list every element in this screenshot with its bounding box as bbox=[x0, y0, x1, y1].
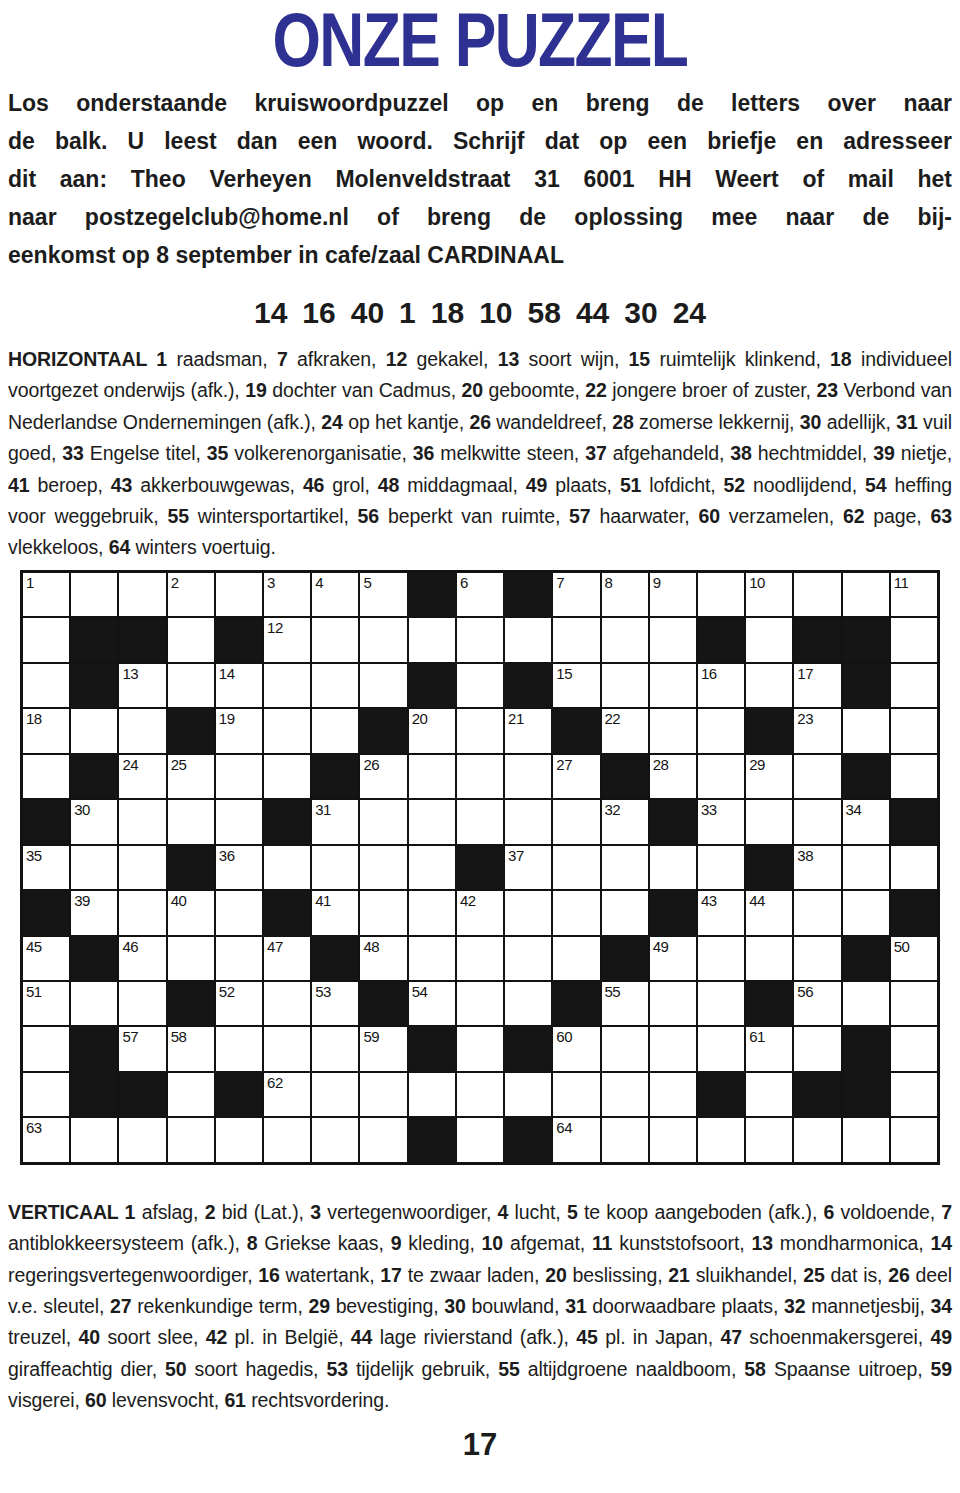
white-cell[interactable] bbox=[553, 937, 599, 980]
intro-line: dit aan: Theo Verheyen Molenveldstraat 3… bbox=[8, 160, 952, 198]
cell-number: 3 bbox=[267, 574, 275, 591]
white-cell[interactable] bbox=[23, 755, 69, 798]
white-cell[interactable] bbox=[794, 937, 840, 980]
cell-number: 9 bbox=[653, 574, 661, 591]
white-cell[interactable] bbox=[650, 709, 696, 752]
answer-bar-number: 18 bbox=[431, 296, 464, 330]
clue-number: 22 bbox=[585, 379, 607, 401]
black-cell bbox=[843, 664, 889, 707]
white-cell[interactable] bbox=[71, 1118, 117, 1161]
clue-number: 13 bbox=[751, 1232, 773, 1254]
black-cell bbox=[602, 937, 648, 980]
white-cell[interactable] bbox=[312, 709, 358, 752]
white-cell[interactable]: 56 bbox=[794, 982, 840, 1025]
white-cell[interactable] bbox=[891, 709, 937, 752]
white-cell[interactable] bbox=[168, 1118, 214, 1161]
cell-number: 15 bbox=[556, 665, 572, 682]
white-cell[interactable]: 28 bbox=[650, 755, 696, 798]
white-cell[interactable] bbox=[168, 1073, 214, 1116]
verticaal-clues: VERTICAAL 1 afslag, 2 bid (Lat.), 3 vert… bbox=[8, 1197, 952, 1417]
clue-number: 39 bbox=[873, 442, 895, 464]
cell-number: 41 bbox=[315, 892, 331, 909]
white-cell[interactable] bbox=[409, 618, 455, 661]
white-cell[interactable] bbox=[457, 800, 503, 843]
white-cell[interactable] bbox=[409, 937, 455, 980]
clue-number: 26 bbox=[888, 1264, 910, 1286]
clue-number: 31 bbox=[896, 411, 918, 433]
white-cell[interactable] bbox=[746, 937, 792, 980]
clue-number: 20 bbox=[545, 1264, 567, 1286]
clue-number: 1 bbox=[125, 1201, 136, 1223]
intro-line: de balk. U leest dan een woord. Schrijf … bbox=[8, 122, 952, 160]
clue-number: 20 bbox=[461, 379, 483, 401]
white-cell[interactable] bbox=[216, 800, 262, 843]
black-cell bbox=[505, 1027, 551, 1070]
white-cell[interactable] bbox=[698, 709, 744, 752]
white-cell[interactable]: 29 bbox=[746, 755, 792, 798]
horizontaal-clues: HORIZONTAAL 1 raadsman, 7 afkraken, 12 g… bbox=[8, 344, 952, 564]
answer-bar: 1416401181058443024 bbox=[8, 296, 952, 330]
white-cell[interactable] bbox=[457, 937, 503, 980]
white-cell[interactable] bbox=[891, 1073, 937, 1116]
clue-number: 1 bbox=[156, 348, 167, 370]
white-cell[interactable]: 48 bbox=[360, 937, 406, 980]
white-cell[interactable] bbox=[23, 1073, 69, 1116]
white-cell[interactable]: 34 bbox=[843, 800, 889, 843]
clue-number: 44 bbox=[351, 1326, 373, 1348]
white-cell[interactable] bbox=[794, 891, 840, 934]
white-cell[interactable] bbox=[794, 573, 840, 616]
white-cell[interactable] bbox=[794, 755, 840, 798]
white-cell[interactable]: 54 bbox=[409, 982, 455, 1025]
white-cell[interactable] bbox=[457, 1073, 503, 1116]
white-cell[interactable] bbox=[505, 755, 551, 798]
white-cell[interactable] bbox=[168, 937, 214, 980]
clue-number: 27 bbox=[110, 1295, 132, 1317]
clue-number: 42 bbox=[206, 1326, 228, 1348]
clue-number: 61 bbox=[224, 1389, 246, 1411]
white-cell[interactable] bbox=[71, 846, 117, 889]
cell-number: 38 bbox=[797, 847, 813, 864]
white-cell[interactable]: 46 bbox=[119, 937, 165, 980]
white-cell[interactable]: 26 bbox=[360, 755, 406, 798]
white-cell[interactable]: 51 bbox=[23, 982, 69, 1025]
white-cell[interactable] bbox=[553, 618, 599, 661]
white-cell[interactable]: 7 bbox=[553, 573, 599, 616]
clue-number: 15 bbox=[629, 348, 651, 370]
white-cell[interactable] bbox=[119, 982, 165, 1025]
clue-number: 35 bbox=[207, 442, 229, 464]
white-cell[interactable] bbox=[843, 982, 889, 1025]
white-cell[interactable] bbox=[409, 755, 455, 798]
cell-number: 55 bbox=[605, 983, 621, 1000]
white-cell[interactable] bbox=[23, 664, 69, 707]
white-cell[interactable] bbox=[746, 800, 792, 843]
white-cell[interactable] bbox=[457, 1027, 503, 1070]
clue-number: 43 bbox=[111, 474, 133, 496]
cell-number: 6 bbox=[460, 574, 468, 591]
white-cell[interactable]: 40 bbox=[168, 891, 214, 934]
cell-number: 45 bbox=[26, 938, 42, 955]
black-cell bbox=[312, 755, 358, 798]
white-cell[interactable] bbox=[312, 1118, 358, 1161]
white-cell[interactable]: 60 bbox=[553, 1027, 599, 1070]
white-cell[interactable]: 35 bbox=[23, 846, 69, 889]
white-cell[interactable]: 22 bbox=[602, 709, 648, 752]
black-cell bbox=[71, 664, 117, 707]
cell-number: 39 bbox=[74, 892, 90, 909]
black-cell bbox=[505, 664, 551, 707]
white-cell[interactable] bbox=[360, 891, 406, 934]
white-cell[interactable]: 49 bbox=[650, 937, 696, 980]
white-cell[interactable] bbox=[505, 618, 551, 661]
white-cell[interactable] bbox=[650, 1118, 696, 1161]
white-cell[interactable] bbox=[119, 709, 165, 752]
white-cell[interactable]: 8 bbox=[602, 573, 648, 616]
white-cell[interactable] bbox=[264, 1118, 310, 1161]
white-cell[interactable] bbox=[216, 1027, 262, 1070]
white-cell[interactable] bbox=[891, 1118, 937, 1161]
clue-number: 47 bbox=[720, 1326, 742, 1348]
clue-number: 64 bbox=[109, 536, 131, 558]
white-cell[interactable]: 39 bbox=[71, 891, 117, 934]
cell-number: 11 bbox=[894, 574, 909, 591]
white-cell[interactable] bbox=[650, 1027, 696, 1070]
black-cell bbox=[71, 755, 117, 798]
white-cell[interactable] bbox=[168, 664, 214, 707]
white-cell[interactable] bbox=[409, 846, 455, 889]
cell-number: 53 bbox=[315, 983, 331, 1000]
white-cell[interactable] bbox=[119, 891, 165, 934]
white-cell[interactable] bbox=[264, 755, 310, 798]
white-cell[interactable] bbox=[264, 709, 310, 752]
white-cell[interactable]: 12 bbox=[264, 618, 310, 661]
white-cell[interactable]: 37 bbox=[505, 846, 551, 889]
black-cell bbox=[505, 573, 551, 616]
white-cell[interactable] bbox=[650, 618, 696, 661]
white-cell[interactable]: 2 bbox=[168, 573, 214, 616]
cell-number: 1 bbox=[26, 574, 34, 591]
white-cell[interactable] bbox=[843, 573, 889, 616]
white-cell[interactable]: 15 bbox=[553, 664, 599, 707]
white-cell[interactable]: 55 bbox=[602, 982, 648, 1025]
black-cell bbox=[457, 846, 503, 889]
clue-number: 49 bbox=[931, 1326, 953, 1348]
white-cell[interactable] bbox=[891, 755, 937, 798]
clue-number: 53 bbox=[326, 1358, 348, 1380]
white-cell[interactable] bbox=[698, 1118, 744, 1161]
white-cell[interactable]: 16 bbox=[698, 664, 744, 707]
white-cell[interactable] bbox=[168, 800, 214, 843]
white-cell[interactable] bbox=[650, 1073, 696, 1116]
cell-number: 27 bbox=[556, 756, 572, 773]
cell-number: 35 bbox=[26, 847, 42, 864]
white-cell[interactable] bbox=[360, 618, 406, 661]
white-cell[interactable] bbox=[312, 1073, 358, 1116]
white-cell[interactable]: 14 bbox=[216, 664, 262, 707]
white-cell[interactable] bbox=[457, 709, 503, 752]
white-cell[interactable]: 6 bbox=[457, 573, 503, 616]
white-cell[interactable]: 20 bbox=[409, 709, 455, 752]
white-cell[interactable] bbox=[650, 846, 696, 889]
cell-number: 32 bbox=[605, 801, 621, 818]
clue-number: 18 bbox=[830, 348, 852, 370]
white-cell[interactable]: 10 bbox=[746, 573, 792, 616]
answer-bar-number: 10 bbox=[479, 296, 512, 330]
white-cell[interactable] bbox=[23, 1027, 69, 1070]
black-cell bbox=[23, 800, 69, 843]
white-cell[interactable] bbox=[794, 800, 840, 843]
white-cell[interactable]: 24 bbox=[119, 755, 165, 798]
cell-number: 8 bbox=[605, 574, 613, 591]
black-cell bbox=[650, 800, 696, 843]
white-cell[interactable]: 53 bbox=[312, 982, 358, 1025]
white-cell[interactable]: 57 bbox=[119, 1027, 165, 1070]
white-cell[interactable] bbox=[843, 891, 889, 934]
white-cell[interactable] bbox=[119, 1118, 165, 1161]
clue-number: 12 bbox=[386, 348, 408, 370]
white-cell[interactable] bbox=[168, 618, 214, 661]
white-cell[interactable] bbox=[216, 891, 262, 934]
white-cell[interactable] bbox=[23, 618, 69, 661]
answer-bar-number: 16 bbox=[302, 296, 335, 330]
clue-number: 7 bbox=[277, 348, 288, 370]
white-cell[interactable] bbox=[71, 982, 117, 1025]
white-cell[interactable] bbox=[312, 846, 358, 889]
white-cell[interactable] bbox=[891, 664, 937, 707]
white-cell[interactable] bbox=[602, 618, 648, 661]
white-cell[interactable]: 33 bbox=[698, 800, 744, 843]
white-cell[interactable] bbox=[602, 1118, 648, 1161]
white-cell[interactable] bbox=[360, 664, 406, 707]
white-cell[interactable]: 64 bbox=[553, 1118, 599, 1161]
white-cell[interactable]: 38 bbox=[794, 846, 840, 889]
clue-number: 30 bbox=[444, 1295, 466, 1317]
cell-number: 44 bbox=[749, 892, 765, 909]
white-cell[interactable] bbox=[843, 709, 889, 752]
white-cell[interactable]: 13 bbox=[119, 664, 165, 707]
white-cell[interactable]: 44 bbox=[746, 891, 792, 934]
white-cell[interactable]: 42 bbox=[457, 891, 503, 934]
white-cell[interactable] bbox=[505, 982, 551, 1025]
black-cell bbox=[360, 709, 406, 752]
white-cell[interactable] bbox=[553, 800, 599, 843]
white-cell[interactable]: 25 bbox=[168, 755, 214, 798]
white-cell[interactable] bbox=[505, 1073, 551, 1116]
white-cell[interactable] bbox=[746, 664, 792, 707]
white-cell[interactable] bbox=[457, 1118, 503, 1161]
white-cell[interactable] bbox=[312, 618, 358, 661]
white-cell[interactable] bbox=[891, 982, 937, 1025]
black-cell bbox=[650, 891, 696, 934]
white-cell[interactable] bbox=[843, 1118, 889, 1161]
white-cell[interactable]: 45 bbox=[23, 937, 69, 980]
white-cell[interactable] bbox=[360, 1073, 406, 1116]
white-cell[interactable] bbox=[216, 573, 262, 616]
white-cell[interactable]: 41 bbox=[312, 891, 358, 934]
white-cell[interactable]: 19 bbox=[216, 709, 262, 752]
white-cell[interactable] bbox=[409, 1073, 455, 1116]
black-cell bbox=[409, 1027, 455, 1070]
white-cell[interactable]: 30 bbox=[71, 800, 117, 843]
black-cell bbox=[602, 755, 648, 798]
black-cell bbox=[409, 573, 455, 616]
white-cell[interactable]: 61 bbox=[746, 1027, 792, 1070]
white-cell[interactable] bbox=[650, 982, 696, 1025]
white-cell[interactable]: 50 bbox=[891, 937, 937, 980]
white-cell[interactable] bbox=[264, 664, 310, 707]
black-cell bbox=[119, 1073, 165, 1116]
cell-number: 54 bbox=[412, 983, 428, 1000]
black-cell bbox=[843, 755, 889, 798]
white-cell[interactable] bbox=[794, 1118, 840, 1161]
white-cell[interactable] bbox=[553, 1073, 599, 1116]
white-cell[interactable] bbox=[360, 1118, 406, 1161]
white-cell[interactable] bbox=[891, 1027, 937, 1070]
white-cell[interactable] bbox=[602, 891, 648, 934]
cell-number: 7 bbox=[556, 574, 564, 591]
clue-number: 33 bbox=[62, 442, 84, 464]
white-cell[interactable] bbox=[216, 937, 262, 980]
clue-number: 60 bbox=[85, 1389, 107, 1411]
white-cell[interactable]: 11 bbox=[891, 573, 937, 616]
white-cell[interactable]: 17 bbox=[794, 664, 840, 707]
cell-number: 43 bbox=[701, 892, 717, 909]
clue-number: 5 bbox=[567, 1201, 578, 1223]
white-cell[interactable]: 31 bbox=[312, 800, 358, 843]
cell-number: 30 bbox=[74, 801, 90, 818]
clue-number: 29 bbox=[308, 1295, 330, 1317]
clue-number: 55 bbox=[498, 1358, 520, 1380]
white-cell[interactable]: 43 bbox=[698, 891, 744, 934]
white-cell[interactable] bbox=[602, 664, 648, 707]
white-cell[interactable] bbox=[360, 800, 406, 843]
white-cell[interactable]: 63 bbox=[23, 1118, 69, 1161]
white-cell[interactable] bbox=[71, 709, 117, 752]
page-title: ONZE PUZZEL bbox=[8, 4, 952, 76]
clue-number: 17 bbox=[380, 1264, 402, 1286]
cell-number: 33 bbox=[701, 801, 717, 818]
clue-number: 7 bbox=[941, 1201, 952, 1223]
black-cell bbox=[71, 618, 117, 661]
white-cell[interactable] bbox=[746, 1118, 792, 1161]
white-cell[interactable] bbox=[457, 755, 503, 798]
white-cell[interactable] bbox=[602, 1073, 648, 1116]
clue-number: 58 bbox=[744, 1358, 766, 1380]
page-title-text: ONZE PUZZEL bbox=[273, 4, 688, 76]
white-cell[interactable] bbox=[602, 846, 648, 889]
white-cell[interactable]: 21 bbox=[505, 709, 551, 752]
cell-number: 17 bbox=[797, 665, 813, 682]
white-cell[interactable] bbox=[312, 1027, 358, 1070]
white-cell[interactable] bbox=[71, 573, 117, 616]
cell-number: 40 bbox=[171, 892, 187, 909]
cell-number: 19 bbox=[219, 710, 235, 727]
black-cell bbox=[794, 1073, 840, 1116]
white-cell[interactable] bbox=[312, 664, 358, 707]
white-cell[interactable] bbox=[119, 573, 165, 616]
white-cell[interactable] bbox=[698, 937, 744, 980]
white-cell[interactable]: 32 bbox=[602, 800, 648, 843]
clue-number: 57 bbox=[569, 505, 591, 527]
clue-number: 32 bbox=[784, 1295, 806, 1317]
white-cell[interactable]: 1 bbox=[23, 573, 69, 616]
white-cell[interactable] bbox=[505, 800, 551, 843]
white-cell[interactable] bbox=[264, 1027, 310, 1070]
white-cell[interactable] bbox=[457, 982, 503, 1025]
white-cell[interactable] bbox=[698, 846, 744, 889]
cell-number: 24 bbox=[122, 756, 138, 773]
white-cell[interactable] bbox=[409, 891, 455, 934]
white-cell[interactable]: 27 bbox=[553, 755, 599, 798]
white-cell[interactable] bbox=[891, 846, 937, 889]
white-cell[interactable] bbox=[216, 1118, 262, 1161]
white-cell[interactable]: 5 bbox=[360, 573, 406, 616]
white-cell[interactable]: 52 bbox=[216, 982, 262, 1025]
white-cell[interactable] bbox=[698, 755, 744, 798]
cell-number: 50 bbox=[894, 938, 910, 955]
white-cell[interactable]: 23 bbox=[794, 709, 840, 752]
black-cell bbox=[843, 1027, 889, 1070]
white-cell[interactable] bbox=[216, 755, 262, 798]
white-cell[interactable]: 18 bbox=[23, 709, 69, 752]
white-cell[interactable] bbox=[746, 1073, 792, 1116]
clue-number: 40 bbox=[79, 1326, 101, 1348]
white-cell[interactable]: 3 bbox=[264, 573, 310, 616]
intro-line: eenkomst op 8 september in cafe/zaal CAR… bbox=[8, 236, 952, 274]
white-cell[interactable] bbox=[505, 891, 551, 934]
puzzle-page: ONZE PUZZEL Los onderstaande kruiswoordp… bbox=[0, 0, 960, 1493]
white-cell[interactable] bbox=[553, 846, 599, 889]
white-cell[interactable]: 9 bbox=[650, 573, 696, 616]
white-cell[interactable] bbox=[264, 846, 310, 889]
white-cell[interactable] bbox=[457, 618, 503, 661]
white-cell[interactable] bbox=[119, 846, 165, 889]
white-cell[interactable] bbox=[553, 891, 599, 934]
white-cell[interactable]: 58 bbox=[168, 1027, 214, 1070]
clue-number: 38 bbox=[730, 442, 752, 464]
clue-number: 19 bbox=[245, 379, 267, 401]
cell-number: 22 bbox=[605, 710, 621, 727]
white-cell[interactable] bbox=[409, 800, 455, 843]
white-cell[interactable] bbox=[891, 618, 937, 661]
black-cell bbox=[746, 846, 792, 889]
clue-number: 11 bbox=[592, 1232, 612, 1254]
white-cell[interactable] bbox=[698, 573, 744, 616]
white-cell[interactable]: 62 bbox=[264, 1073, 310, 1116]
white-cell[interactable]: 59 bbox=[360, 1027, 406, 1070]
cell-number: 20 bbox=[412, 710, 428, 727]
white-cell[interactable]: 4 bbox=[312, 573, 358, 616]
white-cell[interactable] bbox=[360, 846, 406, 889]
white-cell[interactable] bbox=[505, 937, 551, 980]
white-cell[interactable] bbox=[794, 1027, 840, 1070]
white-cell[interactable] bbox=[650, 664, 696, 707]
white-cell[interactable]: 36 bbox=[216, 846, 262, 889]
white-cell[interactable] bbox=[264, 982, 310, 1025]
white-cell[interactable] bbox=[457, 664, 503, 707]
clue-number: 24 bbox=[321, 411, 343, 433]
white-cell[interactable] bbox=[119, 800, 165, 843]
clue-number: 37 bbox=[585, 442, 607, 464]
white-cell[interactable] bbox=[843, 846, 889, 889]
clue-number: 31 bbox=[565, 1295, 587, 1317]
white-cell[interactable] bbox=[698, 982, 744, 1025]
white-cell[interactable] bbox=[746, 618, 792, 661]
white-cell[interactable] bbox=[698, 1027, 744, 1070]
white-cell[interactable] bbox=[602, 1027, 648, 1070]
white-cell[interactable]: 47 bbox=[264, 937, 310, 980]
